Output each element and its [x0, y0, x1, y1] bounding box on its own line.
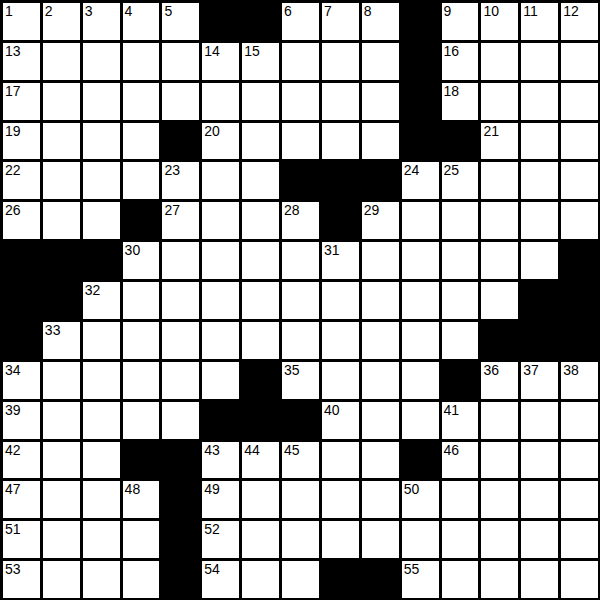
crossword-cell[interactable] — [282, 242, 319, 279]
crossword-cell[interactable] — [322, 123, 359, 160]
black-cell — [202, 402, 239, 439]
crossword-cell[interactable] — [481, 521, 518, 558]
crossword-cell[interactable] — [123, 561, 160, 598]
crossword-cell[interactable] — [123, 123, 160, 160]
clue-number: 17 — [5, 83, 21, 99]
crossword-cell[interactable] — [322, 322, 359, 359]
crossword-cell[interactable] — [442, 282, 479, 319]
clue-number: 12 — [563, 3, 579, 19]
crossword-cell[interactable]: 9 — [442, 3, 479, 40]
crossword-cell[interactable] — [481, 83, 518, 120]
clue-number: 55 — [404, 561, 420, 577]
crossword-cell[interactable] — [561, 521, 598, 558]
crossword-cell[interactable]: 49 — [202, 481, 239, 518]
crossword-cell[interactable] — [282, 282, 319, 319]
black-cell — [521, 282, 558, 319]
crossword-cell[interactable]: 19 — [3, 123, 40, 160]
crossword-cell[interactable] — [43, 83, 80, 120]
crossword-cell[interactable] — [123, 362, 160, 399]
crossword-cell[interactable] — [561, 481, 598, 518]
black-cell — [242, 402, 279, 439]
crossword-cell[interactable] — [83, 322, 120, 359]
clue-number: 4 — [125, 3, 133, 19]
clue-number: 13 — [5, 43, 21, 59]
crossword-cell[interactable] — [242, 561, 279, 598]
clue-number: 15 — [244, 43, 260, 59]
crossword-cell[interactable]: 43 — [202, 442, 239, 479]
crossword-cell[interactable] — [521, 521, 558, 558]
crossword-cell[interactable] — [561, 561, 598, 598]
crossword-cell[interactable]: 22 — [3, 162, 40, 199]
crossword-cell[interactable] — [561, 83, 598, 120]
black-cell — [322, 162, 359, 199]
crossword-cell[interactable] — [43, 442, 80, 479]
crossword-cell[interactable] — [362, 481, 399, 518]
crossword-cell[interactable] — [242, 282, 279, 319]
crossword-cell[interactable] — [43, 202, 80, 239]
crossword-cell[interactable] — [481, 442, 518, 479]
black-cell — [83, 242, 120, 279]
crossword-cell[interactable] — [202, 282, 239, 319]
crossword-cell[interactable] — [322, 83, 359, 120]
crossword-cell[interactable] — [282, 123, 319, 160]
clue-number: 33 — [45, 322, 61, 338]
crossword-cell[interactable] — [123, 282, 160, 319]
crossword-cell[interactable] — [362, 242, 399, 279]
black-cell — [521, 322, 558, 359]
black-cell — [322, 202, 359, 239]
clue-number: 2 — [45, 3, 53, 19]
black-cell — [43, 282, 80, 319]
crossword-cell[interactable]: 26 — [3, 202, 40, 239]
crossword-cell[interactable]: 14 — [202, 43, 239, 80]
crossword-cell[interactable] — [402, 242, 439, 279]
crossword-cell[interactable] — [362, 362, 399, 399]
crossword-cell[interactable]: 54 — [202, 561, 239, 598]
crossword-cell[interactable]: 11 — [521, 3, 558, 40]
crossword-cell[interactable]: 18 — [442, 83, 479, 120]
clue-number: 28 — [284, 202, 300, 218]
crossword-cell[interactable] — [123, 162, 160, 199]
crossword-cell[interactable] — [162, 242, 199, 279]
black-cell — [162, 561, 199, 598]
crossword-cell[interactable] — [521, 202, 558, 239]
crossword-cell[interactable]: 34 — [3, 362, 40, 399]
crossword-cell[interactable] — [481, 282, 518, 319]
crossword-cell[interactable] — [83, 402, 120, 439]
crossword-cell[interactable] — [442, 202, 479, 239]
black-cell — [402, 3, 439, 40]
clue-number: 20 — [204, 123, 220, 139]
crossword-cell[interactable]: 21 — [481, 123, 518, 160]
crossword-cell[interactable] — [43, 162, 80, 199]
crossword-cell[interactable]: 16 — [442, 43, 479, 80]
crossword-cell[interactable] — [362, 442, 399, 479]
clue-number: 52 — [204, 521, 220, 537]
crossword-cell[interactable] — [123, 43, 160, 80]
crossword-cell[interactable]: 55 — [402, 561, 439, 598]
crossword-cell[interactable] — [83, 481, 120, 518]
crossword-cell[interactable] — [561, 402, 598, 439]
crossword-cell[interactable]: 36 — [481, 362, 518, 399]
crossword-cell[interactable]: 50 — [402, 481, 439, 518]
crossword-cell[interactable] — [162, 83, 199, 120]
crossword-cell[interactable] — [322, 362, 359, 399]
black-cell — [402, 43, 439, 80]
clue-number: 11 — [523, 3, 538, 19]
clue-number: 39 — [5, 402, 21, 418]
crossword-cell[interactable] — [202, 322, 239, 359]
black-cell — [43, 242, 80, 279]
clue-number: 30 — [125, 242, 141, 258]
crossword-cell[interactable]: 35 — [282, 362, 319, 399]
crossword-cell[interactable] — [43, 561, 80, 598]
crossword-cell[interactable] — [123, 521, 160, 558]
crossword-cell[interactable] — [481, 202, 518, 239]
clue-number: 36 — [483, 362, 499, 378]
crossword-cell[interactable]: 24 — [402, 162, 439, 199]
clue-number: 31 — [324, 242, 340, 258]
crossword-cell[interactable]: 6 — [282, 3, 319, 40]
black-cell — [242, 3, 279, 40]
crossword-cell[interactable] — [521, 162, 558, 199]
crossword-cell[interactable] — [402, 282, 439, 319]
crossword-cell[interactable] — [521, 43, 558, 80]
clue-number: 16 — [444, 43, 460, 59]
crossword-cell[interactable] — [43, 521, 80, 558]
crossword-cell[interactable] — [561, 123, 598, 160]
clue-number: 46 — [444, 442, 460, 458]
black-cell — [322, 561, 359, 598]
crossword-cell[interactable] — [362, 83, 399, 120]
clue-number: 35 — [284, 362, 300, 378]
crossword-cell[interactable]: 52 — [202, 521, 239, 558]
crossword-cell[interactable] — [43, 123, 80, 160]
crossword-cell[interactable] — [83, 43, 120, 80]
crossword-cell[interactable] — [521, 123, 558, 160]
crossword-cell[interactable] — [123, 83, 160, 120]
crossword-cell[interactable] — [322, 43, 359, 80]
black-cell — [402, 442, 439, 479]
clue-number: 38 — [563, 362, 579, 378]
crossword-cell[interactable]: 53 — [3, 561, 40, 598]
clue-number: 23 — [164, 162, 180, 178]
clue-number: 43 — [204, 442, 220, 458]
crossword-cell[interactable] — [402, 521, 439, 558]
crossword-cell[interactable] — [162, 402, 199, 439]
crossword-cell[interactable] — [83, 83, 120, 120]
crossword-cell[interactable] — [83, 442, 120, 479]
crossword-cell[interactable]: 47 — [3, 481, 40, 518]
clue-number: 6 — [284, 3, 292, 19]
crossword-cell[interactable]: 32 — [83, 282, 120, 319]
crossword-cell[interactable]: 4 — [123, 3, 160, 40]
crossword-cell[interactable] — [362, 43, 399, 80]
crossword-cell[interactable]: 2 — [43, 3, 80, 40]
crossword-cell[interactable]: 25 — [442, 162, 479, 199]
crossword-cell[interactable]: 39 — [3, 402, 40, 439]
crossword-cell[interactable]: 42 — [3, 442, 40, 479]
clue-number: 48 — [125, 481, 141, 497]
crossword-cell[interactable] — [442, 242, 479, 279]
crossword-cell[interactable] — [242, 521, 279, 558]
black-cell — [362, 561, 399, 598]
crossword-cell[interactable] — [481, 402, 518, 439]
crossword-cell[interactable] — [362, 123, 399, 160]
crossword-cell[interactable] — [282, 83, 319, 120]
clue-number: 25 — [444, 162, 460, 178]
clue-number: 9 — [444, 3, 452, 19]
black-cell — [561, 282, 598, 319]
black-cell — [561, 242, 598, 279]
crossword-cell[interactable] — [202, 162, 239, 199]
crossword-cell[interactable]: 46 — [442, 442, 479, 479]
crossword-cell[interactable] — [162, 43, 199, 80]
crossword-cell[interactable] — [282, 43, 319, 80]
crossword-cell[interactable] — [43, 43, 80, 80]
clue-number: 34 — [5, 362, 21, 378]
crossword-cell[interactable] — [202, 362, 239, 399]
crossword-cell[interactable]: 1 — [3, 3, 40, 40]
crossword-cell[interactable] — [442, 322, 479, 359]
black-cell — [442, 362, 479, 399]
clue-number: 27 — [164, 202, 180, 218]
black-cell — [123, 202, 160, 239]
crossword-cell[interactable]: 33 — [43, 322, 80, 359]
black-cell — [282, 162, 319, 199]
crossword-cell[interactable] — [362, 322, 399, 359]
clue-number: 53 — [5, 561, 21, 577]
black-cell — [442, 123, 479, 160]
crossword-cell[interactable]: 37 — [521, 362, 558, 399]
black-cell — [3, 322, 40, 359]
clue-number: 47 — [5, 481, 21, 497]
crossword-cell[interactable] — [402, 362, 439, 399]
crossword-cell[interactable]: 29 — [362, 202, 399, 239]
crossword-grid: 1234567891011121314151617181920212223242… — [0, 0, 600, 600]
clue-number: 40 — [324, 402, 340, 418]
clue-number: 7 — [324, 3, 332, 19]
clue-number: 49 — [204, 481, 220, 497]
clue-number: 54 — [204, 561, 220, 577]
clue-number: 29 — [364, 202, 380, 218]
crossword-cell[interactable] — [402, 322, 439, 359]
crossword-cell[interactable] — [561, 202, 598, 239]
clue-number: 8 — [364, 3, 372, 19]
crossword-cell[interactable] — [43, 402, 80, 439]
clue-number: 21 — [483, 123, 499, 139]
black-cell — [3, 242, 40, 279]
black-cell — [402, 83, 439, 120]
crossword-cell[interactable] — [521, 481, 558, 518]
crossword-cell[interactable] — [561, 442, 598, 479]
crossword-cell[interactable]: 31 — [322, 242, 359, 279]
crossword-cell[interactable]: 15 — [242, 43, 279, 80]
crossword-cell[interactable] — [282, 521, 319, 558]
crossword-cell[interactable]: 7 — [322, 3, 359, 40]
crossword-cell[interactable] — [521, 442, 558, 479]
black-cell — [3, 282, 40, 319]
clue-number: 18 — [444, 83, 460, 99]
crossword-cell[interactable] — [202, 83, 239, 120]
clue-number: 24 — [404, 162, 420, 178]
crossword-cell[interactable] — [362, 402, 399, 439]
crossword-cell[interactable]: 51 — [3, 521, 40, 558]
black-cell — [202, 3, 239, 40]
black-cell — [282, 402, 319, 439]
crossword-cell[interactable] — [123, 322, 160, 359]
crossword-cell[interactable] — [242, 481, 279, 518]
crossword-cell[interactable] — [242, 322, 279, 359]
clue-number: 5 — [164, 3, 172, 19]
crossword-cell[interactable] — [521, 83, 558, 120]
clue-number: 3 — [85, 3, 93, 19]
crossword-cell[interactable]: 48 — [123, 481, 160, 518]
crossword-cell[interactable] — [202, 242, 239, 279]
black-cell — [242, 362, 279, 399]
crossword-cell[interactable]: 30 — [123, 242, 160, 279]
crossword-cell[interactable] — [282, 322, 319, 359]
crossword-cell[interactable]: 5 — [162, 3, 199, 40]
crossword-cell[interactable] — [442, 561, 479, 598]
crossword-cell[interactable] — [362, 282, 399, 319]
crossword-cell[interactable] — [242, 242, 279, 279]
crossword-cell[interactable] — [521, 402, 558, 439]
clue-number: 41 — [444, 402, 460, 418]
crossword-cell[interactable] — [83, 362, 120, 399]
crossword-cell[interactable]: 28 — [282, 202, 319, 239]
crossword-cell[interactable]: 20 — [202, 123, 239, 160]
crossword-cell[interactable] — [242, 83, 279, 120]
crossword-cell[interactable] — [481, 242, 518, 279]
crossword-cell[interactable] — [402, 202, 439, 239]
crossword-cell[interactable] — [162, 322, 199, 359]
crossword-cell[interactable] — [402, 402, 439, 439]
crossword-cell[interactable] — [362, 521, 399, 558]
crossword-cell[interactable] — [442, 521, 479, 558]
crossword-cell[interactable]: 23 — [162, 162, 199, 199]
crossword-cell[interactable] — [481, 43, 518, 80]
crossword-cell[interactable] — [481, 481, 518, 518]
crossword-cell[interactable]: 44 — [242, 442, 279, 479]
crossword-cell[interactable]: 12 — [561, 3, 598, 40]
crossword-cell[interactable] — [322, 282, 359, 319]
crossword-cell[interactable] — [442, 481, 479, 518]
crossword-cell[interactable]: 3 — [83, 3, 120, 40]
black-cell — [402, 123, 439, 160]
crossword-cell[interactable] — [83, 561, 120, 598]
crossword-cell[interactable] — [43, 481, 80, 518]
crossword-cell[interactable]: 27 — [162, 202, 199, 239]
crossword-cell[interactable] — [83, 202, 120, 239]
clue-number: 42 — [5, 442, 21, 458]
crossword-cell[interactable]: 38 — [561, 362, 598, 399]
crossword-cell[interactable]: 10 — [481, 3, 518, 40]
clue-number: 37 — [523, 362, 539, 378]
black-cell — [362, 162, 399, 199]
crossword-cell[interactable] — [83, 123, 120, 160]
clue-number: 45 — [284, 442, 300, 458]
clue-number: 10 — [483, 3, 499, 19]
crossword-cell[interactable] — [242, 162, 279, 199]
black-cell — [123, 442, 160, 479]
clue-number: 1 — [5, 3, 13, 19]
black-cell — [162, 521, 199, 558]
crossword-cell[interactable]: 8 — [362, 3, 399, 40]
crossword-cell[interactable] — [481, 162, 518, 199]
crossword-cell[interactable] — [282, 481, 319, 518]
crossword-cell[interactable]: 45 — [282, 442, 319, 479]
black-cell — [162, 442, 199, 479]
crossword-cell[interactable] — [521, 561, 558, 598]
black-cell — [481, 322, 518, 359]
crossword-cell[interactable] — [561, 43, 598, 80]
crossword-cell[interactable] — [561, 162, 598, 199]
crossword-cell[interactable] — [322, 481, 359, 518]
black-cell — [162, 123, 199, 160]
crossword-cell[interactable]: 40 — [322, 402, 359, 439]
crossword-cell[interactable] — [123, 402, 160, 439]
clue-number: 44 — [244, 442, 260, 458]
clue-number: 19 — [5, 123, 21, 139]
crossword-cell[interactable] — [282, 561, 319, 598]
crossword-cell[interactable] — [83, 162, 120, 199]
clue-number: 22 — [5, 162, 21, 178]
clue-number: 14 — [204, 43, 220, 59]
black-cell — [162, 481, 199, 518]
crossword-cell[interactable] — [242, 202, 279, 239]
crossword-cell[interactable] — [322, 521, 359, 558]
crossword-cell[interactable] — [162, 362, 199, 399]
crossword-cell[interactable] — [521, 242, 558, 279]
clue-number: 26 — [5, 202, 21, 218]
clue-number: 32 — [85, 282, 101, 298]
clue-number: 51 — [5, 521, 21, 537]
crossword-cell[interactable]: 41 — [442, 402, 479, 439]
crossword-puzzle: 1234567891011121314151617181920212223242… — [0, 0, 600, 600]
black-cell — [561, 322, 598, 359]
crossword-cell[interactable] — [322, 442, 359, 479]
crossword-cell[interactable]: 17 — [3, 83, 40, 120]
crossword-cell[interactable] — [481, 561, 518, 598]
clue-number: 50 — [404, 481, 420, 497]
crossword-cell[interactable]: 13 — [3, 43, 40, 80]
crossword-cell[interactable] — [43, 362, 80, 399]
crossword-cell[interactable] — [242, 123, 279, 160]
crossword-cell[interactable] — [162, 282, 199, 319]
crossword-cell[interactable] — [83, 521, 120, 558]
crossword-cell[interactable] — [202, 202, 239, 239]
